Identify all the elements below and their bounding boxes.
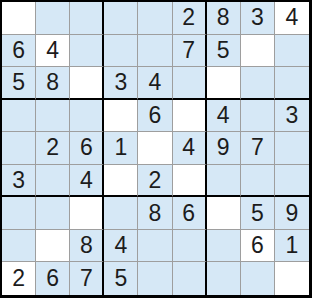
cell-r5c8[interactable]: 7: [241, 132, 275, 165]
cell-r5c9[interactable]: [275, 132, 309, 165]
cell-r5c1[interactable]: [2, 132, 36, 165]
cell-r1c5[interactable]: [138, 2, 172, 35]
cell-r9c3[interactable]: 7: [70, 262, 104, 295]
cell-r4c9[interactable]: 3: [275, 100, 309, 133]
cell-r8c5[interactable]: [138, 230, 172, 263]
cell-r1c8[interactable]: 3: [241, 2, 275, 35]
cell-r1c1[interactable]: [2, 2, 36, 35]
cell-r5c7[interactable]: 9: [207, 132, 241, 165]
cell-r2c3[interactable]: [70, 35, 104, 68]
cell-r2c8[interactable]: [241, 35, 275, 68]
cell-r6c3[interactable]: 4: [70, 165, 104, 198]
cell-r3c4[interactable]: 3: [104, 67, 138, 100]
cell-r1c4[interactable]: [104, 2, 138, 35]
cell-r5c6[interactable]: 4: [173, 132, 207, 165]
cell-r5c5[interactable]: [138, 132, 172, 165]
cell-r8c3[interactable]: 8: [70, 230, 104, 263]
cell-r6c8[interactable]: [241, 165, 275, 198]
cell-r6c1[interactable]: 3: [2, 165, 36, 198]
cell-r2c7[interactable]: 5: [207, 35, 241, 68]
cell-r9c4[interactable]: 5: [104, 262, 138, 295]
cell-r7c7[interactable]: [207, 197, 241, 230]
cell-r3c5[interactable]: 4: [138, 67, 172, 100]
cell-r7c8[interactable]: 5: [241, 197, 275, 230]
cell-r6c6[interactable]: [173, 165, 207, 198]
cell-r5c4[interactable]: 1: [104, 132, 138, 165]
cell-r8c7[interactable]: [207, 230, 241, 263]
cell-r6c9[interactable]: [275, 165, 309, 198]
cell-r1c3[interactable]: [70, 2, 104, 35]
cell-r9c9[interactable]: [275, 262, 309, 295]
cell-r3c2[interactable]: 8: [36, 67, 70, 100]
cell-r8c4[interactable]: 4: [104, 230, 138, 263]
cell-r2c5[interactable]: [138, 35, 172, 68]
cell-r3c3[interactable]: [70, 67, 104, 100]
sudoku-board: 283464755834643261497342865984612675: [0, 0, 312, 298]
cell-r5c2[interactable]: 2: [36, 132, 70, 165]
cell-r9c6[interactable]: [173, 262, 207, 295]
cell-r3c7[interactable]: [207, 67, 241, 100]
cell-r9c7[interactable]: [207, 262, 241, 295]
cell-r4c4[interactable]: [104, 100, 138, 133]
cell-r4c3[interactable]: [70, 100, 104, 133]
cell-r3c9[interactable]: [275, 67, 309, 100]
cell-r4c7[interactable]: 4: [207, 100, 241, 133]
cell-r9c5[interactable]: [138, 262, 172, 295]
cell-r6c7[interactable]: [207, 165, 241, 198]
cell-r8c2[interactable]: [36, 230, 70, 263]
cell-r3c6[interactable]: [173, 67, 207, 100]
cell-r2c9[interactable]: [275, 35, 309, 68]
cell-r7c3[interactable]: [70, 197, 104, 230]
cell-r2c6[interactable]: 7: [173, 35, 207, 68]
cell-r1c9[interactable]: 4: [275, 2, 309, 35]
cell-r7c6[interactable]: 6: [173, 197, 207, 230]
cell-r7c2[interactable]: [36, 197, 70, 230]
cell-r7c9[interactable]: 9: [275, 197, 309, 230]
cell-r4c6[interactable]: [173, 100, 207, 133]
cell-r8c1[interactable]: [2, 230, 36, 263]
cell-r1c6[interactable]: 2: [173, 2, 207, 35]
cell-r9c8[interactable]: [241, 262, 275, 295]
cell-r1c7[interactable]: 8: [207, 2, 241, 35]
cell-r8c6[interactable]: [173, 230, 207, 263]
cell-r6c2[interactable]: [36, 165, 70, 198]
cell-r2c4[interactable]: [104, 35, 138, 68]
cell-r7c1[interactable]: [2, 197, 36, 230]
cell-r5c3[interactable]: 6: [70, 132, 104, 165]
cell-r1c2[interactable]: [36, 2, 70, 35]
cell-r6c4[interactable]: [104, 165, 138, 198]
cell-r6c5[interactable]: 2: [138, 165, 172, 198]
cell-r4c8[interactable]: [241, 100, 275, 133]
cell-r4c2[interactable]: [36, 100, 70, 133]
cell-r7c5[interactable]: 8: [138, 197, 172, 230]
cell-r4c5[interactable]: 6: [138, 100, 172, 133]
cell-r9c2[interactable]: 6: [36, 262, 70, 295]
cell-r3c8[interactable]: [241, 67, 275, 100]
cell-r9c1[interactable]: 2: [2, 262, 36, 295]
cell-r8c8[interactable]: 6: [241, 230, 275, 263]
cell-r7c4[interactable]: [104, 197, 138, 230]
cell-r3c1[interactable]: 5: [2, 67, 36, 100]
cell-r2c1[interactable]: 6: [2, 35, 36, 68]
cell-r8c9[interactable]: 1: [275, 230, 309, 263]
cell-r2c2[interactable]: 4: [36, 35, 70, 68]
cell-r4c1[interactable]: [2, 100, 36, 133]
